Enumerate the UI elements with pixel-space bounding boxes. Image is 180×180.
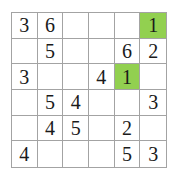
cell-r1c6[interactable]: 1 — [140, 13, 166, 39]
cell-r3c5[interactable]: 1 — [115, 64, 141, 90]
cell-r6c6[interactable]: 3 — [140, 141, 166, 167]
cell-r4c4[interactable] — [89, 90, 115, 116]
cell-r3c1[interactable]: 3 — [12, 64, 38, 90]
cell-r2c6[interactable]: 2 — [140, 39, 166, 65]
cell-r1c5[interactable] — [115, 13, 141, 39]
cell-r1c3[interactable] — [63, 13, 89, 39]
cell-r2c2[interactable]: 5 — [38, 39, 64, 65]
cell-r6c5[interactable]: 5 — [115, 141, 141, 167]
cell-r6c3[interactable] — [63, 141, 89, 167]
cell-r6c1[interactable]: 4 — [12, 141, 38, 167]
cell-r6c2[interactable] — [38, 141, 64, 167]
cell-r4c3[interactable]: 4 — [63, 90, 89, 116]
cell-r4c1[interactable] — [12, 90, 38, 116]
cell-r4c2[interactable]: 5 — [38, 90, 64, 116]
cell-r3c6[interactable] — [140, 64, 166, 90]
cell-r2c4[interactable] — [89, 39, 115, 65]
cell-r5c6[interactable] — [140, 116, 166, 142]
cell-r1c4[interactable] — [89, 13, 115, 39]
cell-r4c6[interactable]: 3 — [140, 90, 166, 116]
cell-r2c3[interactable] — [63, 39, 89, 65]
cell-r4c5[interactable] — [115, 90, 141, 116]
cell-r1c1[interactable]: 3 — [12, 13, 38, 39]
cell-r2c1[interactable] — [12, 39, 38, 65]
cell-r3c4[interactable]: 4 — [89, 64, 115, 90]
cell-r5c5[interactable]: 2 — [115, 116, 141, 142]
cell-r5c4[interactable] — [89, 116, 115, 142]
cell-r5c3[interactable]: 5 — [63, 116, 89, 142]
cell-r3c3[interactable] — [63, 64, 89, 90]
cell-r1c2[interactable]: 6 — [38, 13, 64, 39]
cell-r6c4[interactable] — [89, 141, 115, 167]
cell-r5c1[interactable] — [12, 116, 38, 142]
cell-r5c2[interactable]: 4 — [38, 116, 64, 142]
cell-r3c2[interactable] — [38, 64, 64, 90]
puzzle-board: 3 6 1 5 6 2 3 4 1 5 4 3 4 5 2 4 5 3 — [11, 12, 167, 168]
cell-r2c5[interactable]: 6 — [115, 39, 141, 65]
